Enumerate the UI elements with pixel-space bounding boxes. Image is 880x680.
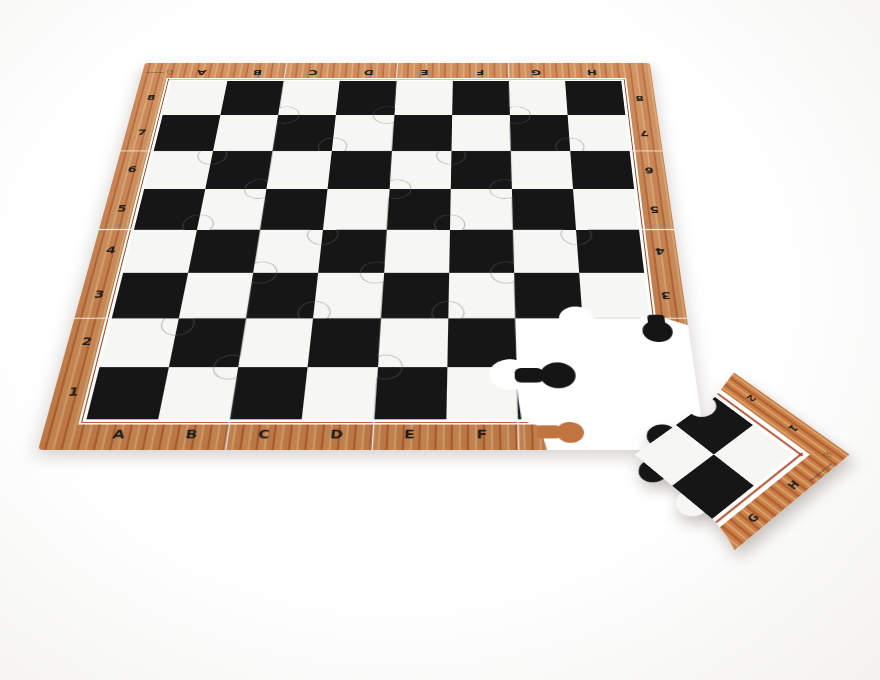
missing-piece-gap [38, 63, 706, 450]
product-photo-scene: ABCDEFABCDEFGH87654321876543 ♘ chessgame… [0, 0, 880, 680]
chessboard: ABCDEFABCDEFGH87654321876543 ♘ chessgame… [38, 63, 706, 450]
